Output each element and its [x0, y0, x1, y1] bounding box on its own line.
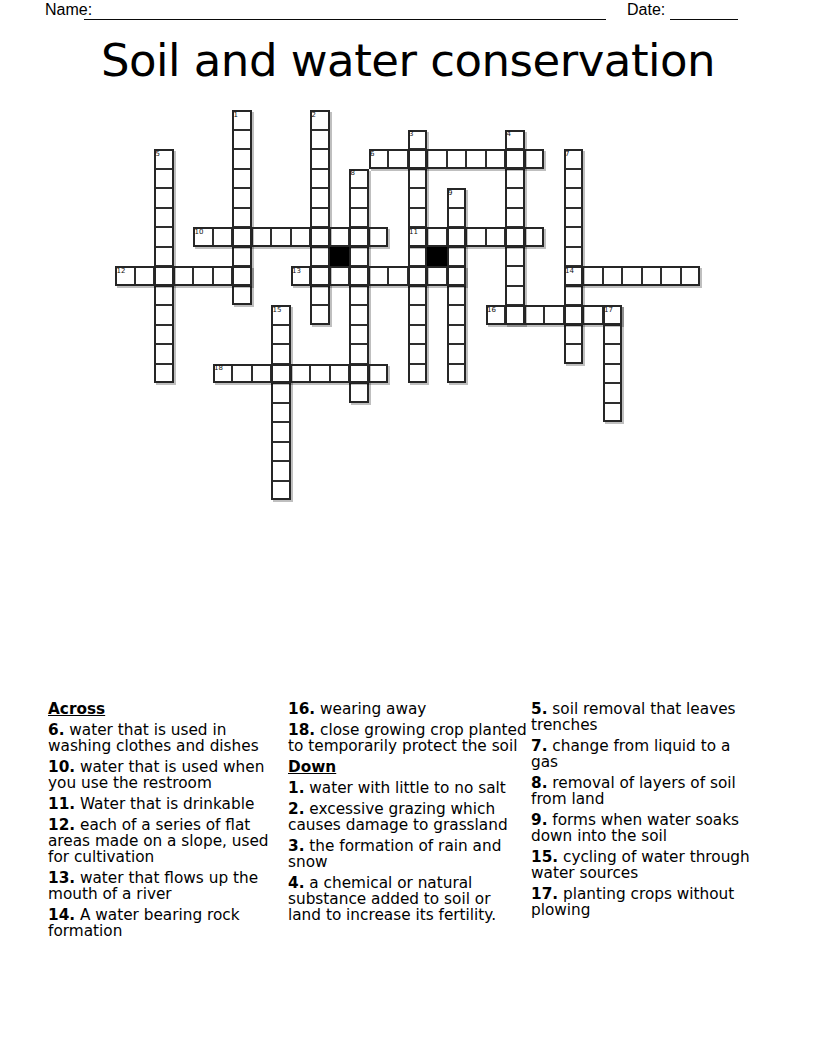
clue-text: each of a series of flat areas made on a… — [48, 816, 269, 866]
cell-r2-c14[interactable] — [388, 149, 408, 169]
cell-r12-c15[interactable] — [408, 344, 428, 364]
cell-r3-c20[interactable] — [505, 169, 525, 189]
cell-r8-c9[interactable] — [291, 266, 311, 286]
clue-3-down: 3. the formation of rain and snow — [288, 838, 528, 870]
cell-r9-c20[interactable] — [505, 286, 525, 306]
clue-5-down: 5. soil removal that leaves trenches — [531, 701, 755, 733]
cell-r6-c8[interactable] — [271, 227, 291, 247]
cell-r9-c15[interactable] — [408, 286, 428, 306]
clue-text: a chemical or natural substance added to… — [288, 874, 496, 924]
cell-r2-c21[interactable] — [525, 149, 545, 169]
cell-r10-c19[interactable] — [486, 305, 506, 325]
cell-r3-c10[interactable] — [310, 169, 330, 189]
clue-text: forms when water soaks down into the soi… — [531, 811, 739, 845]
cell-r16-c8[interactable] — [271, 422, 291, 442]
cell-r8-c26[interactable] — [622, 266, 642, 286]
cell-r10-c17[interactable] — [447, 305, 467, 325]
cell-r4-c2[interactable] — [154, 188, 174, 208]
cell-r9-c23[interactable] — [564, 286, 584, 306]
clue-text: excessive grazing which causes damage to… — [288, 800, 508, 834]
clue-text: Water that is drinkable — [75, 795, 254, 813]
name-date-bar: Name: Date: — [0, 0, 816, 30]
cell-r10-c23[interactable] — [564, 305, 584, 325]
clue-text: removal of layers of soil from land — [531, 774, 736, 808]
cell-r7-c17[interactable] — [447, 247, 467, 267]
cell-r6-c11[interactable] — [330, 227, 350, 247]
cell-r6-c10[interactable] — [310, 227, 330, 247]
cell-r4-c23[interactable] — [564, 188, 584, 208]
cell-r2-c2[interactable] — [154, 149, 174, 169]
cell-r13-c5[interactable] — [213, 364, 233, 384]
cell-r6-c19[interactable] — [486, 227, 506, 247]
clue-2-down: 2. excessive grazing which causes damage… — [288, 801, 528, 833]
cell-r6-c16[interactable] — [427, 227, 447, 247]
cell-r2-c23[interactable] — [564, 149, 584, 169]
cell-r2-c20[interactable] — [505, 149, 525, 169]
cell-r10-c12[interactable] — [349, 305, 369, 325]
cell-r8-c12[interactable] — [349, 266, 369, 286]
cell-r14-c25[interactable] — [603, 383, 623, 403]
cell-r7-c15[interactable] — [408, 247, 428, 267]
clue-11-across: 11. Water that is drinkable — [48, 796, 274, 812]
cell-r5-c2[interactable] — [154, 208, 174, 228]
cell-r3-c2[interactable] — [154, 169, 174, 189]
cell-r7-c20[interactable] — [505, 247, 525, 267]
cell-r4-c17[interactable] — [447, 188, 467, 208]
cell-r6-c2[interactable] — [154, 227, 174, 247]
cell-r8-c27[interactable] — [642, 266, 662, 286]
black-cell-r7-c11 — [330, 247, 350, 267]
cell-r5-c15[interactable] — [408, 208, 428, 228]
cell-r6-c21[interactable] — [525, 227, 545, 247]
clue-7-down: 7. change from liquid to a gas — [531, 738, 755, 770]
cell-r13-c25[interactable] — [603, 364, 623, 384]
clue-column-3: 5. soil removal that leaves trenches7. c… — [531, 701, 755, 923]
cell-r8-c3[interactable] — [174, 266, 194, 286]
clue-1-down: 1. water with little to no salt — [288, 780, 528, 796]
clue-number-label: 1. — [288, 779, 304, 797]
cell-r10-c8[interactable] — [271, 305, 291, 325]
cell-r13-c6[interactable] — [232, 364, 252, 384]
cell-r8-c0[interactable] — [115, 266, 135, 286]
cell-r8-c5[interactable] — [213, 266, 233, 286]
clue-text: soil removal that leaves trenches — [531, 700, 736, 734]
cell-r4-c10[interactable] — [310, 188, 330, 208]
cell-r9-c12[interactable] — [349, 286, 369, 306]
cell-r11-c8[interactable] — [271, 325, 291, 345]
cell-r15-c8[interactable] — [271, 403, 291, 423]
cell-r6-c6[interactable] — [232, 227, 252, 247]
cell-r8-c14[interactable] — [388, 266, 408, 286]
cell-r6-c13[interactable] — [369, 227, 389, 247]
clue-4-down: 4. a chemical or natural substance added… — [288, 875, 528, 923]
cell-r4-c15[interactable] — [408, 188, 428, 208]
cell-r1-c6[interactable] — [232, 130, 252, 150]
cell-r13-c9[interactable] — [291, 364, 311, 384]
cell-r13-c17[interactable] — [447, 364, 467, 384]
cell-r6-c20[interactable] — [505, 227, 525, 247]
across-header: Across — [48, 701, 274, 717]
clue-text: A water bearing rock formation — [48, 906, 240, 940]
cell-r1-c10[interactable] — [310, 130, 330, 150]
cell-r1-c20[interactable] — [505, 130, 525, 150]
clue-text: water with little to no salt — [304, 779, 505, 797]
cell-r8-c29[interactable] — [681, 266, 701, 286]
clue-14-across: 14. A water bearing rock formation — [48, 907, 274, 939]
cell-r8-c1[interactable] — [135, 266, 155, 286]
cell-r11-c2[interactable] — [154, 325, 174, 345]
cell-r7-c2[interactable] — [154, 247, 174, 267]
cell-r4-c6[interactable] — [232, 188, 252, 208]
cell-r5-c23[interactable] — [564, 208, 584, 228]
clue-text: wearing away — [315, 700, 426, 718]
crossword-grid: 123456789101112131415161718 — [115, 110, 700, 500]
clue-column-2: 16. wearing away18. close growing crop p… — [288, 701, 528, 928]
cell-r13-c2[interactable] — [154, 364, 174, 384]
cell-r2-c18[interactable] — [466, 149, 486, 169]
down-header: Down — [288, 759, 528, 775]
cell-r13-c11[interactable] — [330, 364, 350, 384]
cell-r11-c12[interactable] — [349, 325, 369, 345]
cell-r8-c4[interactable] — [193, 266, 213, 286]
cell-r5-c6[interactable] — [232, 208, 252, 228]
cell-r5-c10[interactable] — [310, 208, 330, 228]
cell-r8-c17[interactable] — [447, 266, 467, 286]
cell-r6-c18[interactable] — [466, 227, 486, 247]
clue-text: planting crops without plowing — [531, 885, 734, 919]
cell-r6-c7[interactable] — [252, 227, 272, 247]
cell-r6-c5[interactable] — [213, 227, 233, 247]
cell-r9-c2[interactable] — [154, 286, 174, 306]
cell-r13-c7[interactable] — [252, 364, 272, 384]
cell-r2-c15[interactable] — [408, 149, 428, 169]
clue-number-label: 11. — [48, 795, 75, 813]
cell-r0-c10[interactable] — [310, 110, 330, 130]
clue-13-across: 13. water that flows up the mouth of a r… — [48, 870, 274, 902]
cell-r2-c16[interactable] — [427, 149, 447, 169]
cell-r10-c10[interactable] — [310, 305, 330, 325]
cell-r6-c12[interactable] — [349, 227, 369, 247]
clue-number-label: 16. — [288, 700, 315, 718]
cell-r17-c8[interactable] — [271, 442, 291, 462]
cell-r8-c10[interactable] — [310, 266, 330, 286]
worksheet-page: Name: Date: Soil and water conservation … — [0, 0, 816, 1056]
cell-r13-c8[interactable] — [271, 364, 291, 384]
cell-r5-c12[interactable] — [349, 208, 369, 228]
cell-r6-c23[interactable] — [564, 227, 584, 247]
cell-r9-c17[interactable] — [447, 286, 467, 306]
cell-r3-c23[interactable] — [564, 169, 584, 189]
clue-8-down: 8. removal of layers of soil from land — [531, 775, 755, 807]
cell-r19-c8[interactable] — [271, 481, 291, 501]
cell-r8-c23[interactable] — [564, 266, 584, 286]
cell-r10-c21[interactable] — [525, 305, 545, 325]
clue-text: water that is used when you use the rest… — [48, 758, 264, 792]
cell-r10-c25[interactable] — [603, 305, 623, 325]
clue-9-down: 9. forms when water soaks down into the … — [531, 812, 755, 844]
cell-r12-c2[interactable] — [154, 344, 174, 364]
cell-r7-c23[interactable] — [564, 247, 584, 267]
clue-10-across: 10. water that is used when you use the … — [48, 759, 274, 791]
cell-r11-c15[interactable] — [408, 325, 428, 345]
clue-text: water that is used in washing clothes an… — [48, 721, 259, 755]
clue-17-down: 17. planting crops without plowing — [531, 886, 755, 918]
cell-r6-c15[interactable] — [408, 227, 428, 247]
clue-12-across: 12. each of a series of flat areas made … — [48, 817, 274, 865]
cell-r6-c17[interactable] — [447, 227, 467, 247]
cell-r2-c13[interactable] — [369, 149, 389, 169]
cell-r7-c10[interactable] — [310, 247, 330, 267]
cell-r8-c20[interactable] — [505, 266, 525, 286]
clue-text: water that flows up the mouth of a river — [48, 869, 258, 903]
cell-r12-c23[interactable] — [564, 344, 584, 364]
cell-r10-c24[interactable] — [583, 305, 603, 325]
cell-r4-c20[interactable] — [505, 188, 525, 208]
cell-r11-c23[interactable] — [564, 325, 584, 345]
cell-r0-c6[interactable] — [232, 110, 252, 130]
clue-text: cycling of water through water sources — [531, 848, 750, 882]
cell-r9-c10[interactable] — [310, 286, 330, 306]
clue-16-across: 16. wearing away — [288, 701, 528, 717]
cell-r10-c20[interactable] — [505, 305, 525, 325]
cell-r8-c6[interactable] — [232, 266, 252, 286]
cell-r8-c25[interactable] — [603, 266, 623, 286]
cell-r8-c15[interactable] — [408, 266, 428, 286]
cell-r3-c15[interactable] — [408, 169, 428, 189]
cell-r8-c28[interactable] — [661, 266, 681, 286]
cell-r18-c8[interactable] — [271, 461, 291, 481]
cell-r11-c25[interactable] — [603, 325, 623, 345]
date-label: Date: — [627, 1, 665, 19]
cell-r2-c6[interactable] — [232, 149, 252, 169]
cell-r10-c15[interactable] — [408, 305, 428, 325]
cell-r2-c17[interactable] — [447, 149, 467, 169]
cell-r6-c4[interactable] — [193, 227, 213, 247]
cell-r8-c11[interactable] — [330, 266, 350, 286]
cell-r5-c20[interactable] — [505, 208, 525, 228]
cell-r12-c12[interactable] — [349, 344, 369, 364]
cell-r3-c6[interactable] — [232, 169, 252, 189]
cell-r14-c12[interactable] — [349, 383, 369, 403]
clue-text: change from liquid to a gas — [531, 737, 730, 771]
cell-r9-c6[interactable] — [232, 286, 252, 306]
cell-r8-c16[interactable] — [427, 266, 447, 286]
cell-r2-c19[interactable] — [486, 149, 506, 169]
cell-r1-c15[interactable] — [408, 130, 428, 150]
clue-column-1: Across6. water that is used in washing c… — [48, 701, 274, 944]
cell-r15-c25[interactable] — [603, 403, 623, 423]
cell-r13-c13[interactable] — [369, 364, 389, 384]
cell-r10-c2[interactable] — [154, 305, 174, 325]
cell-r13-c10[interactable] — [310, 364, 330, 384]
date-blank-line[interactable] — [670, 3, 738, 20]
cell-r8-c13[interactable] — [369, 266, 389, 286]
name-blank-line[interactable] — [84, 3, 606, 20]
cell-r3-c12[interactable] — [349, 169, 369, 189]
cell-r11-c17[interactable] — [447, 325, 467, 345]
clue-text: the formation of rain and snow — [288, 837, 501, 871]
cell-r6-c9[interactable] — [291, 227, 311, 247]
clue-text: close growing crop planted to temporaril… — [288, 721, 527, 755]
cell-r8-c2[interactable] — [154, 266, 174, 286]
cell-r10-c22[interactable] — [544, 305, 564, 325]
black-cell-r7-c16 — [427, 247, 447, 267]
clue-18-across: 18. close growing crop planted to tempor… — [288, 722, 528, 754]
cell-r8-c24[interactable] — [583, 266, 603, 286]
clue-15-down: 15. cycling of water through water sourc… — [531, 849, 755, 881]
cell-r12-c25[interactable] — [603, 344, 623, 364]
cell-r13-c15[interactable] — [408, 364, 428, 384]
page-title: Soil and water conservation — [0, 34, 816, 87]
cell-r4-c12[interactable] — [349, 188, 369, 208]
cell-r14-c8[interactable] — [271, 383, 291, 403]
cell-r12-c8[interactable] — [271, 344, 291, 364]
cell-r12-c17[interactable] — [447, 344, 467, 364]
cell-r7-c12[interactable] — [349, 247, 369, 267]
cell-r7-c6[interactable] — [232, 247, 252, 267]
cell-r5-c17[interactable] — [447, 208, 467, 228]
cell-r2-c10[interactable] — [310, 149, 330, 169]
clue-6-across: 6. water that is used in washing clothes… — [48, 722, 274, 754]
cell-r13-c12[interactable] — [349, 364, 369, 384]
